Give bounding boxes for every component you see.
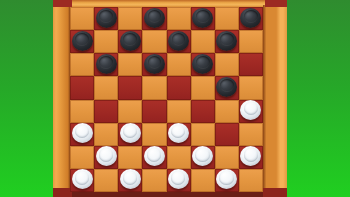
square-r2c3[interactable]: ⛂ [142, 53, 166, 76]
square-r5c1 [94, 123, 118, 146]
square-r6c3[interactable]: ⛀ [142, 146, 166, 169]
square-r3c3 [142, 76, 166, 99]
square-r4c1[interactable] [94, 100, 118, 123]
square-r2c1[interactable]: ⛂ [94, 53, 118, 76]
dark-checker-piece[interactable]: ⛂ [96, 8, 117, 28]
dark-checker-piece[interactable]: ⛂ [120, 31, 141, 51]
square-r6c6 [215, 146, 239, 169]
square-r1c2[interactable]: ⛂ [118, 30, 142, 53]
square-r5c2[interactable]: ⛀ [118, 123, 142, 146]
dark-checker-piece[interactable]: ⛂ [216, 31, 237, 51]
square-r2c2 [118, 53, 142, 76]
square-r4c6 [215, 100, 239, 123]
square-r0c6 [215, 7, 239, 30]
square-r2c4 [167, 53, 191, 76]
square-r6c7[interactable]: ⛀ [239, 146, 263, 169]
square-r2c7[interactable] [239, 53, 263, 76]
square-r6c1[interactable]: ⛀ [94, 146, 118, 169]
dark-checker-piece[interactable]: ⛂ [72, 31, 93, 51]
square-r5c6[interactable] [215, 123, 239, 146]
square-r0c2 [118, 7, 142, 30]
dark-checker-piece[interactable]: ⛂ [192, 8, 213, 28]
square-r3c4[interactable] [167, 76, 191, 99]
square-r3c7 [239, 76, 263, 99]
white-checker-piece[interactable]: ⛀ [72, 169, 93, 189]
white-checker-piece[interactable]: ⛀ [240, 146, 261, 166]
square-r7c2[interactable]: ⛀ [118, 169, 142, 192]
white-checker-piece[interactable]: ⛀ [120, 169, 141, 189]
square-r0c5[interactable]: ⛂ [191, 7, 215, 30]
square-r3c2[interactable] [118, 76, 142, 99]
square-r1c4[interactable]: ⛂ [167, 30, 191, 53]
play-area: ⛂⛂⛂⛂⛂⛂⛂⛂⛂⛂⛂⛂⛀⛀⛀⛀⛀⛀⛀⛀⛀⛀⛀⛀ [70, 7, 263, 192]
square-r7c3 [142, 169, 166, 192]
square-r1c5 [191, 30, 215, 53]
square-r5c5 [191, 123, 215, 146]
square-r0c0 [70, 7, 94, 30]
dark-checker-piece[interactable]: ⛂ [144, 8, 165, 28]
square-r5c4[interactable]: ⛀ [167, 123, 191, 146]
board-corner-top-right [265, 0, 287, 7]
dark-checker-piece[interactable]: ⛂ [216, 77, 237, 97]
square-r6c5[interactable]: ⛀ [191, 146, 215, 169]
square-r7c4[interactable]: ⛀ [167, 169, 191, 192]
white-checker-piece[interactable]: ⛀ [216, 169, 237, 189]
white-checker-piece[interactable]: ⛀ [120, 123, 141, 143]
square-r4c7[interactable]: ⛀ [239, 100, 263, 123]
square-r7c7 [239, 169, 263, 192]
game-background: ⛂⛂⛂⛂⛂⛂⛂⛂⛂⛂⛂⛂⛀⛀⛀⛀⛀⛀⛀⛀⛀⛀⛀⛀ [0, 0, 350, 197]
white-checker-piece[interactable]: ⛀ [72, 123, 93, 143]
square-r4c5[interactable] [191, 100, 215, 123]
square-r1c7 [239, 30, 263, 53]
square-r4c2 [118, 100, 142, 123]
board-corner-bottom-right [263, 188, 287, 197]
square-r3c0[interactable] [70, 76, 94, 99]
white-checker-piece[interactable]: ⛀ [96, 146, 117, 166]
square-r0c7[interactable]: ⛂ [239, 7, 263, 30]
square-r2c0 [70, 53, 94, 76]
board-frame-left [53, 7, 70, 192]
square-r0c1[interactable]: ⛂ [94, 7, 118, 30]
dark-checker-piece[interactable]: ⛂ [192, 54, 213, 74]
square-r7c1 [94, 169, 118, 192]
board-frame-top [53, 0, 287, 7]
square-r1c3 [142, 30, 166, 53]
board-frame-bottom [53, 192, 287, 197]
square-r7c5 [191, 169, 215, 192]
white-checker-piece[interactable]: ⛀ [240, 100, 261, 120]
checkers-board: ⛂⛂⛂⛂⛂⛂⛂⛂⛂⛂⛂⛂⛀⛀⛀⛀⛀⛀⛀⛀⛀⛀⛀⛀ [53, 0, 287, 197]
white-checker-piece[interactable]: ⛀ [192, 146, 213, 166]
square-r4c4 [167, 100, 191, 123]
square-r6c0 [70, 146, 94, 169]
dark-checker-piece[interactable]: ⛂ [96, 54, 117, 74]
square-r5c0[interactable]: ⛀ [70, 123, 94, 146]
square-r0c3[interactable]: ⛂ [142, 7, 166, 30]
square-r3c5 [191, 76, 215, 99]
square-r2c5[interactable]: ⛂ [191, 53, 215, 76]
square-r5c7 [239, 123, 263, 146]
board-corner-top-left [53, 0, 72, 7]
square-r1c6[interactable]: ⛂ [215, 30, 239, 53]
dark-checker-piece[interactable]: ⛂ [168, 31, 189, 51]
square-r4c3[interactable] [142, 100, 166, 123]
square-r4c0 [70, 100, 94, 123]
dark-checker-piece[interactable]: ⛂ [144, 54, 165, 74]
square-r3c1 [94, 76, 118, 99]
square-r1c0[interactable]: ⛂ [70, 30, 94, 53]
dark-checker-piece[interactable]: ⛂ [240, 8, 261, 28]
square-r7c6[interactable]: ⛀ [215, 169, 239, 192]
square-r2c6 [215, 53, 239, 76]
white-checker-piece[interactable]: ⛀ [144, 146, 165, 166]
board-frame-right [263, 5, 287, 192]
square-r6c2 [118, 146, 142, 169]
square-r7c0[interactable]: ⛀ [70, 169, 94, 192]
square-r1c1 [94, 30, 118, 53]
square-r5c3 [142, 123, 166, 146]
white-checker-piece[interactable]: ⛀ [168, 169, 189, 189]
white-checker-piece[interactable]: ⛀ [168, 123, 189, 143]
square-r6c4 [167, 146, 191, 169]
square-r3c6[interactable]: ⛂ [215, 76, 239, 99]
square-r0c4 [167, 7, 191, 30]
